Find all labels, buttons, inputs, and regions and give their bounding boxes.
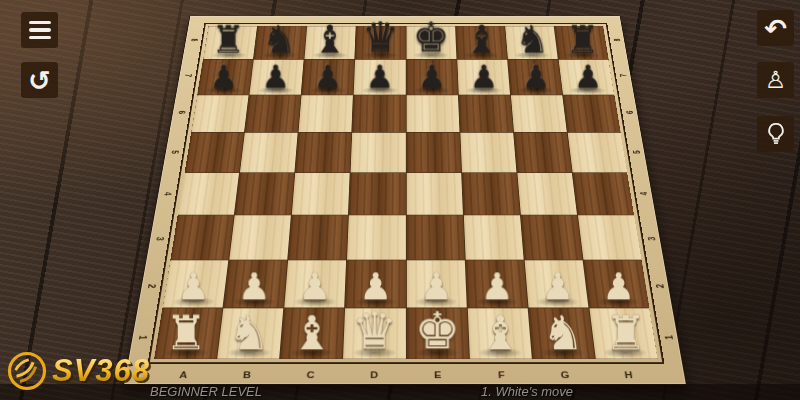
square-g3[interactable] — [521, 215, 583, 259]
piece-black-pawn[interactable]: ♟ — [522, 61, 550, 93]
file-labels-bottom: ABCDEFGH — [144, 364, 668, 386]
rank-label-left-6: 6 — [153, 107, 209, 119]
board-frame: 87654321 ♜♞♝♛♚♝♞♜♟♟♟♟♟♟♟♟♟♟♟♟♟♟♟♟♜♞♝♛♚♝♞… — [123, 16, 687, 385]
square-d2[interactable]: ♟ — [345, 260, 405, 307]
piece-white-king[interactable]: ♚ — [415, 305, 461, 356]
square-b7[interactable]: ♟ — [250, 60, 304, 95]
square-e6[interactable] — [406, 95, 459, 132]
watermark: SV368 — [6, 350, 150, 392]
piece-white-pawn[interactable]: ♟ — [420, 268, 453, 305]
piece-white-bishop[interactable]: ♝ — [290, 309, 332, 356]
piece-white-bishop[interactable]: ♝ — [479, 309, 521, 356]
piece-black-pawn[interactable]: ♟ — [261, 61, 289, 93]
rank-label-left-4: 4 — [137, 187, 197, 200]
square-d8[interactable]: ♛ — [355, 26, 405, 59]
piece-black-pawn[interactable]: ♟ — [313, 61, 341, 93]
square-e5[interactable] — [406, 133, 461, 172]
board-grid[interactable]: ♜♞♝♛♚♝♞♜♟♟♟♟♟♟♟♟♟♟♟♟♟♟♟♟♜♞♝♛♚♝♞♜ — [154, 26, 657, 359]
chess-board: 87654321 ♜♞♝♛♚♝♞♜♟♟♟♟♟♟♟♟♟♟♟♟♟♟♟♟♜♞♝♛♚♝♞… — [123, 16, 687, 385]
square-d1[interactable]: ♛ — [343, 308, 405, 359]
square-d3[interactable] — [347, 215, 405, 259]
rank-label-left-2: 2 — [119, 279, 183, 294]
square-c4[interactable] — [292, 173, 350, 215]
square-b4[interactable] — [235, 173, 295, 215]
piece-white-knight[interactable]: ♞ — [227, 309, 269, 356]
square-e2[interactable]: ♟ — [406, 260, 466, 307]
square-e1[interactable]: ♚ — [406, 308, 468, 359]
rank-label-left-3: 3 — [128, 231, 190, 245]
piece-black-pawn[interactable]: ♟ — [366, 61, 394, 93]
piece-white-pawn[interactable]: ♟ — [541, 268, 574, 305]
undo-button[interactable]: ↶ — [757, 10, 794, 46]
player-mode-button[interactable]: ♙ — [757, 62, 794, 98]
piece-black-bishop[interactable]: ♝ — [465, 20, 499, 58]
square-f7[interactable]: ♟ — [457, 60, 510, 95]
square-b1[interactable]: ♞ — [217, 308, 283, 359]
square-g1[interactable]: ♞ — [528, 308, 594, 359]
square-d7[interactable]: ♟ — [354, 60, 405, 95]
piece-black-knight[interactable]: ♞ — [262, 20, 296, 58]
rank-label-right-1: 1 — [637, 329, 703, 345]
square-b2[interactable]: ♟ — [224, 260, 288, 307]
square-g8[interactable]: ♞ — [505, 26, 558, 59]
square-e4[interactable] — [406, 173, 462, 215]
square-c5[interactable] — [295, 133, 351, 172]
square-c6[interactable] — [299, 95, 353, 132]
pawn-icon: ♙ — [765, 68, 787, 92]
square-d5[interactable] — [351, 133, 406, 172]
square-f4[interactable] — [462, 173, 520, 215]
piece-black-king[interactable]: ♚ — [413, 17, 450, 58]
file-label-h: H — [596, 370, 661, 380]
square-b3[interactable] — [229, 215, 291, 259]
square-d4[interactable] — [349, 173, 405, 215]
rank-label-left-8: 8 — [167, 35, 220, 45]
square-f3[interactable] — [463, 215, 523, 259]
rank-label-right-7: 7 — [597, 70, 651, 81]
file-label-f: F — [469, 370, 533, 380]
difficulty-label: BEGINNER LEVEL — [150, 384, 262, 399]
square-c7[interactable]: ♟ — [302, 60, 355, 95]
piece-white-pawn[interactable]: ♟ — [359, 268, 392, 305]
square-f1[interactable]: ♝ — [467, 308, 531, 359]
rank-label-right-6: 6 — [602, 107, 658, 119]
file-label-d: D — [342, 370, 406, 380]
restart-button[interactable]: ↺ — [21, 62, 58, 98]
square-c2[interactable]: ♟ — [285, 260, 347, 307]
file-label-c: C — [278, 370, 342, 380]
rank-label-right-5: 5 — [608, 146, 666, 158]
menu-button[interactable] — [21, 12, 58, 48]
undo-arrow-icon: ↶ — [764, 15, 787, 42]
move-indicator: 1. White's move — [481, 384, 573, 399]
piece-white-pawn[interactable]: ♟ — [481, 268, 514, 305]
rank-label-left-7: 7 — [160, 70, 214, 81]
square-f6[interactable] — [458, 95, 512, 132]
rank-label-right-8: 8 — [591, 35, 644, 45]
file-label-b: B — [215, 370, 280, 380]
square-g7[interactable]: ♟ — [508, 60, 562, 95]
watermark-text: SV368 — [52, 353, 150, 389]
square-g5[interactable] — [514, 133, 572, 172]
piece-white-pawn[interactable]: ♟ — [298, 268, 331, 305]
square-e3[interactable] — [406, 215, 464, 259]
square-g6[interactable] — [511, 95, 567, 132]
square-e8[interactable]: ♚ — [406, 26, 456, 59]
rank-label-left-1: 1 — [109, 329, 175, 345]
square-f5[interactable] — [460, 133, 516, 172]
rank-label-left-5: 5 — [145, 146, 203, 158]
square-e7[interactable]: ♟ — [406, 60, 457, 95]
table-background: 87654321 ♜♞♝♛♚♝♞♜♟♟♟♟♟♟♟♟♟♟♟♟♟♟♟♟♜♞♝♛♚♝♞… — [0, 0, 800, 400]
rank-label-right-4: 4 — [615, 187, 675, 200]
square-b8[interactable]: ♞ — [254, 26, 307, 59]
square-d6[interactable] — [352, 95, 405, 132]
square-c1[interactable]: ♝ — [280, 308, 344, 359]
square-f8[interactable]: ♝ — [456, 26, 507, 59]
board-inner-border: ♜♞♝♛♚♝♞♜♟♟♟♟♟♟♟♟♟♟♟♟♟♟♟♟♜♞♝♛♚♝♞♜ — [148, 23, 665, 364]
square-b6[interactable] — [245, 95, 301, 132]
file-label-a: A — [151, 370, 216, 380]
piece-black-queen[interactable]: ♛ — [362, 17, 399, 58]
piece-black-knight[interactable]: ♞ — [516, 20, 550, 58]
piece-white-queen[interactable]: ♛ — [352, 305, 398, 356]
piece-black-pawn[interactable]: ♟ — [418, 61, 446, 93]
piece-white-knight[interactable]: ♞ — [542, 309, 584, 356]
hamburger-icon — [29, 21, 51, 39]
piece-white-pawn[interactable]: ♟ — [237, 268, 270, 305]
piece-black-bishop[interactable]: ♝ — [313, 20, 347, 58]
sv368-logo-icon — [6, 350, 48, 392]
lightbulb-icon — [763, 121, 789, 147]
piece-black-pawn[interactable]: ♟ — [470, 61, 498, 93]
square-g4[interactable] — [517, 173, 577, 215]
rank-label-right-3: 3 — [622, 231, 684, 245]
square-g2[interactable]: ♟ — [524, 260, 588, 307]
rank-label-right-2: 2 — [629, 279, 693, 294]
hint-button[interactable] — [757, 116, 794, 152]
square-f2[interactable]: ♟ — [465, 260, 527, 307]
square-b5[interactable] — [240, 133, 298, 172]
square-c3[interactable] — [288, 215, 348, 259]
square-c8[interactable]: ♝ — [305, 26, 356, 59]
file-label-g: G — [533, 370, 598, 380]
file-label-e: E — [406, 370, 470, 380]
rotate-icon: ↺ — [28, 67, 51, 94]
